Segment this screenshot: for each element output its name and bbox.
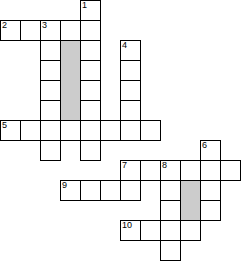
cell-r2-c2[interactable]	[40, 40, 61, 61]
cell-r9-c5[interactable]	[100, 180, 121, 201]
cell-r9-c10[interactable]	[200, 180, 221, 201]
crossword-page: 12345678910	[0, 0, 241, 261]
cell-r11-c7[interactable]	[140, 220, 161, 241]
cell-r6-c1[interactable]	[20, 120, 41, 141]
cell-r10-c8[interactable]	[160, 200, 181, 221]
cell-r6-c0[interactable]: 5	[0, 120, 21, 141]
cell-r6-c2[interactable]	[40, 120, 61, 141]
clue-number: 3	[42, 21, 47, 30]
clue-number: 10	[122, 221, 132, 230]
cell-r3-c4[interactable]	[80, 60, 101, 81]
cell-r4-c6[interactable]	[120, 80, 141, 101]
cell-r8-c8[interactable]: 8	[160, 160, 181, 181]
cell-r11-c6[interactable]: 10	[120, 220, 141, 241]
cell-r7-c2[interactable]	[40, 140, 61, 161]
cell-r1-c2[interactable]: 3	[40, 20, 61, 41]
clue-number: 8	[162, 161, 167, 170]
cell-r6-c3[interactable]	[60, 120, 81, 141]
cell-r11-c9[interactable]	[180, 220, 201, 241]
cell-r8-c9[interactable]	[180, 160, 201, 181]
clue-number: 5	[2, 121, 7, 130]
highlight-block	[60, 40, 81, 121]
cell-r6-c5[interactable]	[100, 120, 121, 141]
cell-r6-c4[interactable]	[80, 120, 101, 141]
cell-r0-c4[interactable]: 1	[80, 0, 101, 21]
cell-r7-c4[interactable]	[80, 140, 101, 161]
cell-r9-c4[interactable]	[80, 180, 101, 201]
cell-r9-c8[interactable]	[160, 180, 181, 201]
cell-r5-c4[interactable]	[80, 100, 101, 121]
clue-number: 9	[62, 181, 67, 190]
cell-r5-c6[interactable]	[120, 100, 141, 121]
cell-r2-c6[interactable]: 4	[120, 40, 141, 61]
cell-r3-c2[interactable]	[40, 60, 61, 81]
clue-number: 2	[2, 21, 7, 30]
cell-r1-c1[interactable]	[20, 20, 41, 41]
cell-r2-c4[interactable]	[80, 40, 101, 61]
highlight-block	[180, 180, 201, 221]
cell-r8-c6[interactable]: 7	[120, 160, 141, 181]
cell-r3-c6[interactable]	[120, 60, 141, 81]
cell-r4-c2[interactable]	[40, 80, 61, 101]
cell-r6-c6[interactable]	[120, 120, 141, 141]
cell-r12-c8[interactable]	[160, 240, 181, 261]
crossword-grid: 12345678910	[0, 0, 240, 260]
cell-r8-c7[interactable]	[140, 160, 161, 181]
clue-number: 1	[82, 1, 87, 10]
cell-r9-c6[interactable]	[120, 180, 141, 201]
cell-r11-c8[interactable]	[160, 220, 181, 241]
cell-r9-c3[interactable]: 9	[60, 180, 81, 201]
cell-r8-c11[interactable]	[220, 160, 241, 181]
clue-number: 4	[122, 41, 127, 50]
cell-r1-c3[interactable]	[60, 20, 81, 41]
cell-r5-c2[interactable]	[40, 100, 61, 121]
clue-number: 6	[202, 141, 207, 150]
cell-r1-c0[interactable]: 2	[0, 20, 21, 41]
cell-r6-c7[interactable]	[140, 120, 161, 141]
cell-r1-c4[interactable]	[80, 20, 101, 41]
cell-r4-c4[interactable]	[80, 80, 101, 101]
cell-r8-c10[interactable]	[200, 160, 221, 181]
clue-number: 7	[122, 161, 127, 170]
cell-r7-c10[interactable]: 6	[200, 140, 221, 161]
cell-r10-c10[interactable]	[200, 200, 221, 221]
